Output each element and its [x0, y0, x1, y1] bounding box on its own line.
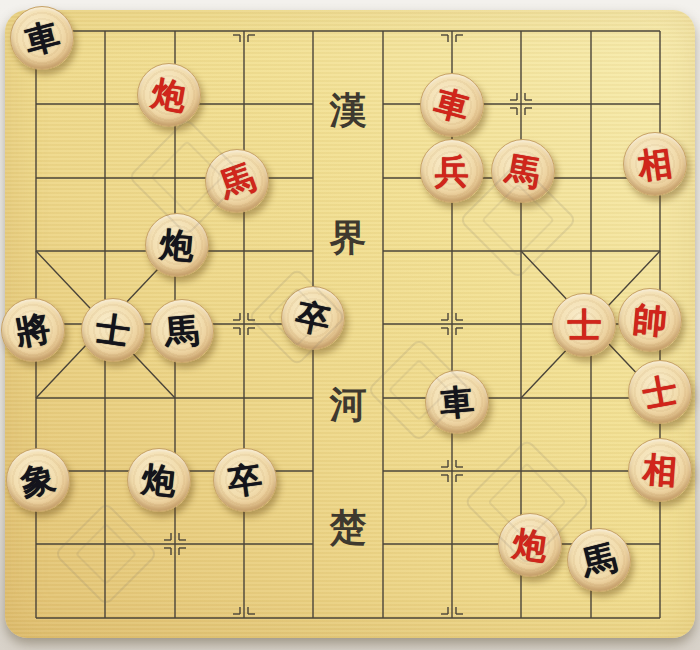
piece-character: 將 [13, 311, 52, 350]
piece-black-chariot[interactable]: 車 [10, 6, 74, 70]
piece-character: 馬 [164, 313, 201, 350]
piece-red-horse[interactable]: 馬 [491, 139, 555, 203]
piece-red-cannon[interactable]: 炮 [498, 513, 562, 577]
piece-black-general[interactable]: 將 [1, 298, 65, 362]
piece-red-soldier[interactable]: 兵 [420, 139, 484, 203]
piece-black-horse[interactable]: 馬 [567, 528, 631, 592]
piece-character: 卒 [226, 461, 264, 499]
piece-character: 象 [18, 460, 58, 500]
piece-red-advisor[interactable]: 士 [552, 293, 616, 357]
piece-red-elephant[interactable]: 相 [623, 132, 687, 196]
piece-black-soldier[interactable]: 卒 [281, 286, 345, 350]
piece-character: 相 [636, 145, 674, 183]
piece-red-general[interactable]: 帥 [618, 288, 682, 352]
piece-character: 車 [21, 17, 63, 59]
piece-character: 士 [640, 372, 679, 411]
piece-character: 兵 [435, 154, 469, 188]
piece-character: 卒 [293, 298, 333, 338]
piece-black-cannon[interactable]: 炮 [145, 213, 209, 277]
piece-black-elephant[interactable]: 象 [6, 448, 70, 512]
piece-character: 車 [431, 84, 473, 126]
piece-red-elephant[interactable]: 相 [628, 438, 692, 502]
piece-black-soldier[interactable]: 卒 [213, 448, 277, 512]
piece-character: 士 [94, 311, 132, 349]
piece-character: 炮 [159, 226, 196, 263]
piece-black-horse[interactable]: 馬 [150, 299, 214, 363]
piece-red-advisor[interactable]: 士 [628, 360, 692, 424]
piece-character: 相 [642, 452, 678, 488]
photo-stage: 漢 界 河 楚 車炮車馬兵馬相炮將士馬卒士帥車士象炮卒相炮馬 [0, 0, 700, 650]
piece-character: 炮 [511, 526, 549, 564]
piece-black-advisor[interactable]: 士 [81, 298, 145, 362]
pieces-layer: 車炮車馬兵馬相炮將士馬卒士帥車士象炮卒相炮馬 [1, 0, 695, 650]
piece-character: 炮 [150, 75, 189, 114]
piece-character: 馬 [215, 160, 259, 204]
piece-black-chariot[interactable]: 車 [425, 370, 489, 434]
piece-character: 炮 [141, 461, 178, 498]
piece-red-chariot[interactable]: 車 [420, 73, 484, 137]
piece-character: 帥 [631, 302, 668, 339]
piece-character: 馬 [503, 152, 542, 191]
piece-character: 馬 [579, 540, 620, 581]
piece-character: 車 [438, 383, 475, 420]
piece-character: 士 [567, 308, 601, 342]
piece-black-cannon[interactable]: 炮 [127, 448, 191, 512]
piece-red-cannon[interactable]: 炮 [137, 63, 201, 127]
piece-red-horse[interactable]: 馬 [205, 149, 269, 213]
